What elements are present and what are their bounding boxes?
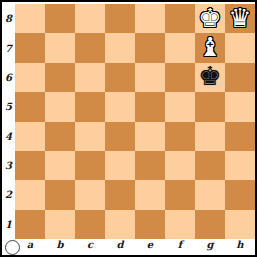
square-b5[interactable] [45,92,75,121]
piece-white-king[interactable]: ♚ [198,5,221,31]
square-f7[interactable] [165,33,195,62]
square-e6[interactable] [135,63,165,92]
rank-label-5: 5 [2,92,15,121]
square-h2[interactable] [225,180,255,209]
file-label-c: c [75,239,105,255]
file-label-f: f [165,239,195,255]
square-d3[interactable] [105,151,135,180]
file-label-e: e [135,239,165,255]
square-g8[interactable]: ♚ [195,4,225,33]
square-g6[interactable]: ♚ [195,63,225,92]
square-f6[interactable] [165,63,195,92]
square-h4[interactable] [225,122,255,151]
square-h5[interactable] [225,92,255,121]
rank-label-2: 2 [2,180,15,209]
square-a5[interactable] [15,92,45,121]
square-c2[interactable] [75,180,105,209]
square-b1[interactable] [45,210,75,239]
file-label-h: h [225,239,255,255]
square-e7[interactable] [135,33,165,62]
chess-board: ♚♛♝♚ [15,4,255,239]
square-d6[interactable] [105,63,135,92]
white-to-move-indicator [5,240,20,255]
square-f4[interactable] [165,122,195,151]
square-a3[interactable] [15,151,45,180]
square-b4[interactable] [45,122,75,151]
square-c4[interactable] [75,122,105,151]
square-e4[interactable] [135,122,165,151]
square-f2[interactable] [165,180,195,209]
square-e1[interactable] [135,210,165,239]
square-g1[interactable] [195,210,225,239]
square-d5[interactable] [105,92,135,121]
square-a7[interactable] [15,33,45,62]
file-label-g: g [195,239,225,255]
rank-label-1: 1 [2,210,15,239]
square-c6[interactable] [75,63,105,92]
file-labels: abcdefgh [15,239,255,255]
square-b6[interactable] [45,63,75,92]
square-g3[interactable] [195,151,225,180]
square-f3[interactable] [165,151,195,180]
rank-label-4: 4 [2,122,15,151]
square-g2[interactable] [195,180,225,209]
square-h6[interactable] [225,63,255,92]
square-f1[interactable] [165,210,195,239]
square-g4[interactable] [195,122,225,151]
square-d1[interactable] [105,210,135,239]
square-h3[interactable] [225,151,255,180]
square-d2[interactable] [105,180,135,209]
square-g7[interactable]: ♝ [195,33,225,62]
rank-label-3: 3 [2,151,15,180]
square-h8[interactable]: ♛ [225,4,255,33]
square-a2[interactable] [15,180,45,209]
square-c8[interactable] [75,4,105,33]
square-b7[interactable] [45,33,75,62]
square-a6[interactable] [15,63,45,92]
square-d4[interactable] [105,122,135,151]
square-f5[interactable] [165,92,195,121]
square-a4[interactable] [15,122,45,151]
square-e2[interactable] [135,180,165,209]
square-b3[interactable] [45,151,75,180]
square-c7[interactable] [75,33,105,62]
square-f8[interactable] [165,4,195,33]
square-c3[interactable] [75,151,105,180]
rank-labels: 87654321 [2,4,15,239]
file-label-d: d [105,239,135,255]
square-b2[interactable] [45,180,75,209]
square-b8[interactable] [45,4,75,33]
rank-label-7: 7 [2,33,15,62]
piece-black-king[interactable]: ♚ [198,63,221,89]
rank-label-6: 6 [2,63,15,92]
piece-white-queen[interactable]: ♛ [228,5,251,31]
square-e3[interactable] [135,151,165,180]
square-c1[interactable] [75,210,105,239]
file-label-b: b [45,239,75,255]
square-a8[interactable] [15,4,45,33]
square-h7[interactable] [225,33,255,62]
square-e5[interactable] [135,92,165,121]
square-d7[interactable] [105,33,135,62]
square-c5[interactable] [75,92,105,121]
square-e8[interactable] [135,4,165,33]
square-a1[interactable] [15,210,45,239]
piece-white-bishop[interactable]: ♝ [198,34,221,60]
rank-label-8: 8 [2,4,15,33]
square-g5[interactable] [195,92,225,121]
square-d8[interactable] [105,4,135,33]
square-h1[interactable] [225,210,255,239]
chess-diagram: 87654321 ♚♛♝♚ abcdefgh [0,0,257,257]
